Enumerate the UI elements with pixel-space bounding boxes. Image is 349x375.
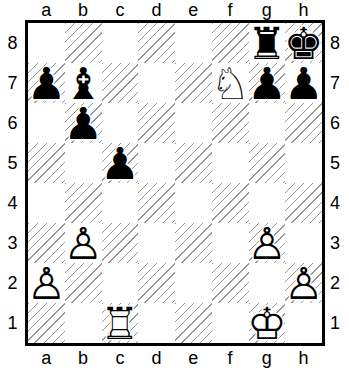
square-f6[interactable]	[212, 103, 249, 143]
square-e4[interactable]	[175, 183, 212, 223]
rank-label-left-5: 5	[0, 143, 25, 183]
square-g5[interactable]	[249, 143, 286, 183]
piece-black-pawn-b6: ♟♟	[65, 103, 102, 143]
square-c2[interactable]	[102, 263, 139, 303]
rank-label-right-1: 1	[325, 303, 349, 343]
square-g3[interactable]: ♟♙	[249, 223, 286, 263]
file-label-bottom-c: c	[102, 349, 139, 367]
square-d4[interactable]	[138, 183, 175, 223]
square-b7[interactable]: ♝♝	[65, 63, 102, 103]
rank-label-left-6: 6	[0, 103, 25, 143]
piece-white-pawn-g3: ♟♙	[249, 223, 286, 263]
square-a7[interactable]: ♟♟	[28, 63, 65, 103]
square-f1[interactable]	[212, 303, 249, 343]
file-labels-bottom: abcdefgh	[25, 346, 325, 375]
square-d6[interactable]	[138, 103, 175, 143]
piece-glyph: ♟	[249, 64, 286, 104]
square-d8[interactable]	[138, 23, 175, 63]
square-a2[interactable]: ♟♙	[28, 263, 65, 303]
square-c5[interactable]: ♟♟	[102, 143, 139, 183]
piece-black-rook-g8: ♜♜	[249, 23, 286, 63]
piece-glyph: ♔	[249, 304, 286, 344]
square-a1[interactable]	[28, 303, 65, 343]
square-e3[interactable]	[175, 223, 212, 263]
square-h8[interactable]: ♚♚	[285, 23, 322, 63]
piece-glyph: ♟	[102, 144, 139, 184]
file-label-bottom-a: a	[28, 349, 65, 367]
square-f2[interactable]	[212, 263, 249, 303]
square-c4[interactable]	[102, 183, 139, 223]
piece-glyph: ♙	[65, 224, 102, 264]
square-e5[interactable]	[175, 143, 212, 183]
rank-label-left-4: 4	[0, 183, 25, 223]
square-g8[interactable]: ♜♜	[249, 23, 286, 63]
square-a6[interactable]	[28, 103, 65, 143]
rank-label-right-8: 8	[325, 23, 349, 63]
square-f3[interactable]	[212, 223, 249, 263]
square-c3[interactable]	[102, 223, 139, 263]
square-d7[interactable]	[138, 63, 175, 103]
piece-black-pawn-a7: ♟♟	[28, 63, 65, 103]
rank-label-right-5: 5	[325, 143, 349, 183]
rank-label-right-4: 4	[325, 183, 349, 223]
rank-labels-left: 87654321	[0, 20, 25, 346]
square-f8[interactable]	[212, 23, 249, 63]
chess-board: ♜♜♚♚♟♟♝♝♞♘♟♟♟♟♟♟♟♟♟♙♟♙♟♙♟♙♜♖♚♔	[25, 20, 325, 346]
rank-label-left-2: 2	[0, 263, 25, 303]
rank-label-right-7: 7	[325, 63, 349, 103]
file-label-bottom-d: d	[138, 349, 175, 367]
file-label-top-f: f	[212, 1, 249, 19]
rank-label-right-6: 6	[325, 103, 349, 143]
piece-white-pawn-a2: ♟♙	[28, 263, 65, 303]
square-c7[interactable]	[102, 63, 139, 103]
square-b1[interactable]	[65, 303, 102, 343]
square-f7[interactable]: ♞♘	[212, 63, 249, 103]
file-label-bottom-e: e	[175, 349, 212, 367]
piece-black-pawn-g7: ♟♟	[249, 63, 286, 103]
file-label-top-e: e	[175, 1, 212, 19]
square-e7[interactable]	[175, 63, 212, 103]
square-h1[interactable]	[285, 303, 322, 343]
piece-glyph: ♖	[102, 304, 139, 344]
piece-glyph: ♙	[249, 224, 286, 264]
square-g2[interactable]	[249, 263, 286, 303]
rank-label-left-8: 8	[0, 23, 25, 63]
square-b3[interactable]: ♟♙	[65, 223, 102, 263]
square-h6[interactable]	[285, 103, 322, 143]
piece-glyph: ♘	[212, 64, 249, 104]
file-label-top-b: b	[65, 1, 102, 19]
square-h5[interactable]	[285, 143, 322, 183]
square-h3[interactable]	[285, 223, 322, 263]
square-e1[interactable]	[175, 303, 212, 343]
file-label-bottom-b: b	[65, 349, 102, 367]
piece-white-knight-f7: ♞♘	[212, 63, 249, 103]
square-f5[interactable]	[212, 143, 249, 183]
chess-diagram: abcdefgh 87654321 ♜♜♚♚♟♟♝♝♞♘♟♟♟♟♟♟♟♟♟♙♟♙…	[0, 0, 349, 375]
square-c6[interactable]	[102, 103, 139, 143]
square-h7[interactable]: ♟♟	[285, 63, 322, 103]
square-h2[interactable]: ♟♙	[285, 263, 322, 303]
square-d1[interactable]	[138, 303, 175, 343]
piece-white-pawn-h2: ♟♙	[285, 263, 322, 303]
square-b5[interactable]	[65, 143, 102, 183]
piece-black-king-h8: ♚♚	[285, 23, 322, 63]
square-g1[interactable]: ♚♔	[249, 303, 286, 343]
square-b6[interactable]: ♟♟	[65, 103, 102, 143]
rank-label-left-3: 3	[0, 223, 25, 263]
piece-glyph: ♟	[285, 64, 322, 104]
piece-white-pawn-b3: ♟♙	[65, 223, 102, 263]
square-a4[interactable]	[28, 183, 65, 223]
square-e6[interactable]	[175, 103, 212, 143]
file-label-top-d: d	[138, 1, 175, 19]
square-a5[interactable]	[28, 143, 65, 183]
square-d5[interactable]	[138, 143, 175, 183]
file-labels-top: abcdefgh	[25, 0, 325, 20]
file-label-top-h: h	[285, 1, 322, 19]
piece-white-rook-c1: ♜♖	[102, 303, 139, 343]
rank-labels-right: 87654321	[325, 20, 349, 346]
piece-black-bishop-b7: ♝♝	[65, 63, 102, 103]
square-h4[interactable]	[285, 183, 322, 223]
piece-white-king-g1: ♚♔	[249, 303, 286, 343]
file-label-top-c: c	[102, 1, 139, 19]
piece-glyph: ♙	[285, 264, 322, 304]
rank-label-left-7: 7	[0, 63, 25, 103]
piece-glyph: ♟	[65, 104, 102, 144]
square-c8[interactable]	[102, 23, 139, 63]
square-b4[interactable]	[65, 183, 102, 223]
square-b8[interactable]	[65, 23, 102, 63]
piece-glyph: ♙	[28, 264, 65, 304]
square-a3[interactable]	[28, 223, 65, 263]
square-g4[interactable]	[249, 183, 286, 223]
square-b2[interactable]	[65, 263, 102, 303]
piece-black-pawn-h7: ♟♟	[285, 63, 322, 103]
file-label-bottom-g: g	[249, 349, 286, 367]
square-g6[interactable]	[249, 103, 286, 143]
piece-glyph: ♟	[28, 64, 65, 104]
file-label-bottom-f: f	[212, 349, 249, 367]
file-label-bottom-h: h	[285, 349, 322, 367]
rank-label-right-3: 3	[325, 223, 349, 263]
file-label-top-a: a	[28, 1, 65, 19]
square-a8[interactable]	[28, 23, 65, 63]
square-g7[interactable]: ♟♟	[249, 63, 286, 103]
rank-label-right-2: 2	[325, 263, 349, 303]
square-e2[interactable]	[175, 263, 212, 303]
square-c1[interactable]: ♜♖	[102, 303, 139, 343]
file-label-top-g: g	[249, 1, 286, 19]
rank-label-left-1: 1	[0, 303, 25, 343]
square-e8[interactable]	[175, 23, 212, 63]
square-d2[interactable]	[138, 263, 175, 303]
square-f4[interactable]	[212, 183, 249, 223]
square-d3[interactable]	[138, 223, 175, 263]
piece-black-pawn-c5: ♟♟	[102, 143, 139, 183]
